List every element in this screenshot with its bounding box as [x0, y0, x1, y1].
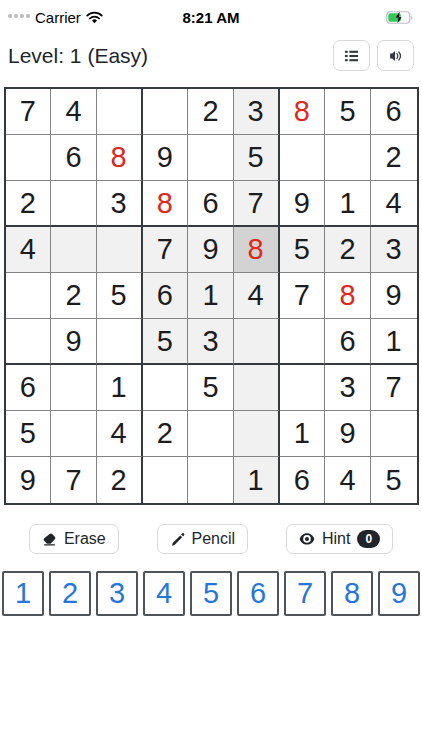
numpad-key-2[interactable]: 2 [49, 571, 91, 616]
toolbar: Erase Pencil Hint 0 [0, 524, 422, 554]
cell-r6c8[interactable]: 6 [325, 319, 371, 365]
cell-r9c1[interactable]: 9 [6, 457, 52, 503]
cell-r6c5[interactable]: 3 [188, 319, 234, 365]
cell-r2c7[interactable] [280, 135, 326, 181]
pencil-icon [170, 532, 185, 547]
numpad-key-8[interactable]: 8 [331, 571, 373, 616]
cell-r3c8[interactable]: 1 [325, 181, 371, 227]
cell-r9c7[interactable]: 6 [280, 457, 326, 503]
cell-r6c4[interactable]: 5 [143, 319, 189, 365]
cell-r5c7[interactable]: 7 [280, 273, 326, 319]
status-bar: Carrier 8:21 AM [0, 0, 422, 26]
pencil-button[interactable]: Pencil [157, 524, 249, 554]
level-title: Level: 1 (Easy) [8, 44, 148, 68]
cell-r1c7[interactable]: 8 [280, 89, 326, 135]
cell-r5c1[interactable] [6, 273, 52, 319]
cell-r1c4[interactable] [143, 89, 189, 135]
cell-r9c2[interactable]: 7 [51, 457, 97, 503]
cell-r3c7[interactable]: 9 [280, 181, 326, 227]
cell-r3c3[interactable]: 3 [97, 181, 143, 227]
number-pad: 123456789 [0, 571, 422, 616]
cell-r6c3[interactable] [97, 319, 143, 365]
cell-r5c9[interactable]: 9 [371, 273, 417, 319]
cell-r9c4[interactable] [143, 457, 189, 503]
cell-r8c9[interactable] [371, 411, 417, 457]
cell-r6c1[interactable] [6, 319, 52, 365]
numpad-key-4[interactable]: 4 [143, 571, 185, 616]
cell-r4c5[interactable]: 9 [188, 227, 234, 273]
cell-r9c9[interactable]: 5 [371, 457, 417, 503]
cell-r8c4[interactable]: 2 [143, 411, 189, 457]
cell-r6c6[interactable] [234, 319, 280, 365]
cell-r9c6[interactable]: 1 [234, 457, 280, 503]
pencil-label: Pencil [192, 530, 236, 548]
eraser-icon [42, 532, 57, 547]
cell-r2c8[interactable] [325, 135, 371, 181]
cell-r8c7[interactable]: 1 [280, 411, 326, 457]
cell-r1c8[interactable]: 5 [325, 89, 371, 135]
cell-r1c3[interactable] [97, 89, 143, 135]
cell-r4c1[interactable]: 4 [6, 227, 52, 273]
sudoku-board: 7423856689522386791447985232561478995361… [4, 87, 419, 505]
numpad-key-6[interactable]: 6 [237, 571, 279, 616]
cell-r6c9[interactable]: 1 [371, 319, 417, 365]
cell-r2c6[interactable]: 5 [234, 135, 280, 181]
cell-r4c7[interactable]: 5 [280, 227, 326, 273]
cell-r8c8[interactable]: 9 [325, 411, 371, 457]
cell-r7c9[interactable]: 7 [371, 365, 417, 411]
cell-r1c5[interactable]: 2 [188, 89, 234, 135]
cell-r8c5[interactable] [188, 411, 234, 457]
numpad-key-9[interactable]: 9 [378, 571, 420, 616]
cell-r2c3[interactable]: 8 [97, 135, 143, 181]
hint-label: Hint [322, 530, 350, 548]
cell-r5c8[interactable]: 8 [325, 273, 371, 319]
cell-r2c1[interactable] [6, 135, 52, 181]
carrier-label: Carrier [35, 9, 81, 26]
list-icon [344, 49, 359, 63]
cell-r2c9[interactable]: 2 [371, 135, 417, 181]
cell-r7c4[interactable] [143, 365, 189, 411]
cell-r7c5[interactable]: 5 [188, 365, 234, 411]
cell-r4c8[interactable]: 2 [325, 227, 371, 273]
cell-r9c5[interactable] [188, 457, 234, 503]
sound-button[interactable] [377, 40, 414, 71]
cell-r7c1[interactable]: 6 [6, 365, 52, 411]
cell-r5c2[interactable]: 2 [51, 273, 97, 319]
cell-r5c6[interactable]: 4 [234, 273, 280, 319]
cell-r4c3[interactable] [97, 227, 143, 273]
wifi-icon [86, 11, 103, 24]
cell-r2c5[interactable] [188, 135, 234, 181]
cell-r5c4[interactable]: 6 [143, 273, 189, 319]
cell-r3c4[interactable]: 8 [143, 181, 189, 227]
cell-r2c4[interactable]: 9 [143, 135, 189, 181]
cell-r8c1[interactable]: 5 [6, 411, 52, 457]
cell-r3c9[interactable]: 4 [371, 181, 417, 227]
cell-r4c6[interactable]: 8 [234, 227, 280, 273]
cell-r5c3[interactable]: 5 [97, 273, 143, 319]
hint-button[interactable]: Hint 0 [286, 524, 393, 554]
numpad-key-1[interactable]: 1 [2, 571, 44, 616]
cell-r8c6[interactable] [234, 411, 280, 457]
cell-r4c4[interactable]: 7 [143, 227, 189, 273]
battery-charging-icon [386, 11, 414, 24]
cell-r3c6[interactable]: 7 [234, 181, 280, 227]
numpad-key-5[interactable]: 5 [190, 571, 232, 616]
cell-r4c9[interactable]: 3 [371, 227, 417, 273]
cell-r1c2[interactable]: 4 [51, 89, 97, 135]
cell-r7c7[interactable] [280, 365, 326, 411]
eye-icon [299, 532, 315, 546]
numpad-key-3[interactable]: 3 [96, 571, 138, 616]
cell-r7c2[interactable] [51, 365, 97, 411]
cell-r7c6[interactable] [234, 365, 280, 411]
cell-r3c5[interactable]: 6 [188, 181, 234, 227]
hint-count-badge: 0 [357, 530, 380, 548]
cell-r6c7[interactable] [280, 319, 326, 365]
cell-r7c8[interactable]: 3 [325, 365, 371, 411]
erase-button[interactable]: Erase [29, 524, 119, 554]
cell-r3c1[interactable]: 2 [6, 181, 52, 227]
header: Level: 1 (Easy) [0, 40, 422, 71]
cell-r3c2[interactable] [51, 181, 97, 227]
speaker-icon [388, 49, 403, 63]
levels-list-button[interactable] [333, 40, 370, 71]
cell-r1c1[interactable]: 7 [6, 89, 52, 135]
cell-r8c3[interactable]: 4 [97, 411, 143, 457]
cell-r1c9[interactable]: 6 [371, 89, 417, 135]
erase-label: Erase [64, 530, 106, 548]
cell-r6c2[interactable]: 9 [51, 319, 97, 365]
cell-r7c3[interactable]: 1 [97, 365, 143, 411]
cell-r2c2[interactable]: 6 [51, 135, 97, 181]
cell-r1c6[interactable]: 3 [234, 89, 280, 135]
cell-r4c2[interactable] [51, 227, 97, 273]
cell-r9c8[interactable]: 4 [325, 457, 371, 503]
numpad-key-7[interactable]: 7 [284, 571, 326, 616]
cell-r5c5[interactable]: 1 [188, 273, 234, 319]
cell-r8c2[interactable] [51, 411, 97, 457]
cellular-signal-icon [8, 14, 30, 20]
cell-r9c3[interactable]: 2 [97, 457, 143, 503]
